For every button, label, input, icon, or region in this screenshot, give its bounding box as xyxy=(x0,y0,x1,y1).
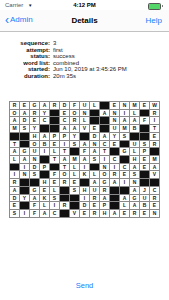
grid-letter-cell: U xyxy=(130,141,139,148)
grid-letter-cell: O xyxy=(10,110,19,117)
grid-letter-cell: F xyxy=(30,202,39,209)
grid-letter-cell: U xyxy=(110,125,119,132)
detail-row-status: status: success xyxy=(0,53,169,60)
grid-letter-cell: G xyxy=(100,179,109,186)
grid-letter-cell: L xyxy=(40,202,49,209)
grid-letter-cell: A xyxy=(60,125,69,132)
grid-letter-cell: A xyxy=(80,141,89,148)
grid-letter-cell: C xyxy=(120,164,129,171)
grid-letter-cell: C xyxy=(50,210,59,217)
grid-letter-cell: A xyxy=(100,133,109,140)
grid-letter-cell: S xyxy=(140,141,149,148)
grid-letter-cell: M xyxy=(70,156,79,163)
grid-letter-cell: S xyxy=(70,187,79,194)
help-button[interactable]: Help xyxy=(146,16,162,25)
grid-block-cell xyxy=(140,125,149,132)
grid-letter-cell: H xyxy=(30,133,39,140)
grid-letter-cell: M xyxy=(10,125,19,132)
grid-block-cell xyxy=(60,195,69,202)
grid-letter-cell: A xyxy=(100,195,109,202)
grid-letter-cell: E xyxy=(30,117,39,124)
grid-letter-cell: H xyxy=(80,187,89,194)
grid-letter-cell: R xyxy=(150,195,159,202)
grid-letter-cell: U xyxy=(80,102,89,109)
grid-letter-cell: M xyxy=(130,102,139,109)
grid-letter-cell: N xyxy=(110,117,119,124)
detail-row-sequence: sequence: 3 xyxy=(0,40,169,47)
grid-letter-cell: A xyxy=(10,148,19,155)
grid-letter-cell: A xyxy=(100,110,109,117)
grid-block-cell xyxy=(140,171,149,178)
grid-block-cell xyxy=(70,148,79,155)
grid-letter-cell: H xyxy=(130,156,139,163)
grid-letter-cell: S xyxy=(20,125,29,132)
grid-letter-cell: D xyxy=(90,133,99,140)
grid-letter-cell: L xyxy=(90,102,99,109)
grid-letter-cell: R xyxy=(110,171,119,178)
grid-letter-cell: R xyxy=(30,110,39,117)
grid-letter-cell: A xyxy=(40,133,49,140)
grid-letter-cell: R xyxy=(60,179,69,186)
grid-letter-cell: P xyxy=(100,202,109,209)
grid-letter-cell: R xyxy=(150,141,159,148)
grid-letter-cell: B xyxy=(130,125,139,132)
grid-letter-cell: L xyxy=(130,148,139,155)
grid-letter-cell: I xyxy=(80,164,89,171)
grid-letter-cell: C xyxy=(100,141,109,148)
grid-letter-cell: F xyxy=(140,117,149,124)
grid-letter-cell: N xyxy=(20,171,29,178)
grid-letter-cell: A xyxy=(10,187,19,194)
grid-letter-cell: E xyxy=(120,171,129,178)
grid-letter-cell: A xyxy=(130,117,139,124)
grid-letter-cell: A xyxy=(70,125,79,132)
grid-letter-cell: R xyxy=(10,179,19,186)
grid-block-cell xyxy=(10,164,19,171)
grid-letter-cell: O xyxy=(70,110,79,117)
grid-letter-cell: D xyxy=(60,102,69,109)
grid-letter-cell: A xyxy=(40,210,49,217)
detail-value: 3 xyxy=(53,40,56,47)
grid-letter-cell: A xyxy=(90,148,99,155)
grid-letter-cell: I xyxy=(80,195,89,202)
grid-letter-cell: N xyxy=(110,110,119,117)
grid-letter-cell: E xyxy=(90,202,99,209)
grid-block-cell xyxy=(120,141,129,148)
grid-letter-cell: M xyxy=(120,125,129,132)
grid-letter-cell: H xyxy=(40,179,49,186)
status-bar: Carrier ▼ 4:12 PM xyxy=(0,0,169,10)
grid-letter-cell: A xyxy=(80,156,89,163)
grid-letter-cell: A xyxy=(110,210,119,217)
grid-letter-cell: U xyxy=(30,148,39,155)
grid-letter-cell: T xyxy=(60,164,69,171)
grid-letter-cell: G xyxy=(20,148,29,155)
grid-letter-cell: E xyxy=(50,179,59,186)
grid-letter-cell: P xyxy=(60,133,69,140)
grid-letter-cell: L xyxy=(50,148,59,155)
grid-letter-cell: G xyxy=(30,102,39,109)
grid-letter-cell: H xyxy=(100,210,109,217)
grid-letter-cell: D xyxy=(10,195,19,202)
grid-letter-cell: C xyxy=(60,117,69,124)
grid-letter-cell: B xyxy=(140,202,149,209)
grid-letter-cell: E xyxy=(50,141,59,148)
grid-letter-cell: F xyxy=(50,171,59,178)
grid-letter-cell: E xyxy=(120,210,129,217)
grid-letter-cell: G xyxy=(30,187,39,194)
grid-letter-cell: E xyxy=(20,102,29,109)
detail-row-attempt: attempt: first xyxy=(0,47,169,54)
detail-label: attempt: xyxy=(0,47,50,54)
detail-value: 20m 35s xyxy=(53,73,76,80)
grid-letter-cell: P xyxy=(50,133,59,140)
battery-icon xyxy=(148,3,161,10)
grid-letter-cell: R xyxy=(90,195,99,202)
grid-letter-cell: E xyxy=(140,102,149,109)
grid-letter-cell: D xyxy=(20,117,29,124)
grid-letter-cell: C xyxy=(110,156,119,163)
grid-letter-cell: R xyxy=(60,202,69,209)
grid-letter-cell: K xyxy=(40,195,49,202)
grid-letter-cell: N xyxy=(150,210,159,217)
grid-block-cell xyxy=(100,102,109,109)
grid-letter-cell: N xyxy=(130,179,139,186)
grid-letter-cell: D xyxy=(80,202,89,209)
grid-letter-cell: N xyxy=(120,102,129,109)
grid-letter-cell: P xyxy=(140,148,149,155)
grid-letter-cell: I xyxy=(60,141,69,148)
grid-letter-cell: C xyxy=(150,187,159,194)
grid-letter-cell: E xyxy=(140,210,149,217)
grid-letter-cell: R xyxy=(100,187,109,194)
grid-letter-cell: L xyxy=(120,202,129,209)
grid-letter-cell: S xyxy=(70,141,79,148)
grid-letter-cell: T xyxy=(10,141,19,148)
grid-letter-cell: U xyxy=(90,187,99,194)
grid-letter-cell: I xyxy=(110,164,119,171)
grid-block-cell xyxy=(20,133,29,140)
grid-letter-cell: D xyxy=(30,164,39,171)
detail-value: Jun 10, 2019 at 3:45:26 PM xyxy=(53,66,127,73)
grid-letter-cell: U xyxy=(140,195,149,202)
grid-letter-cell: L xyxy=(70,171,79,178)
grid-letter-cell: V xyxy=(80,125,89,132)
grid-block-cell xyxy=(90,164,99,171)
grid-letter-cell: R xyxy=(10,102,19,109)
grid-letter-cell: J xyxy=(140,187,149,194)
grid-letter-cell: A xyxy=(90,179,99,186)
navigation-bar: ‹ Admin Details Help xyxy=(0,10,169,32)
grid-letter-cell: A xyxy=(40,102,49,109)
grid-letter-cell: A xyxy=(60,156,69,163)
send-button[interactable]: Send xyxy=(0,281,169,290)
detail-value: success xyxy=(53,53,75,60)
grid-letter-cell: F xyxy=(70,102,79,109)
grid-letter-cell: E xyxy=(70,179,79,186)
battery-tip-icon xyxy=(162,5,163,7)
grid-letter-cell: L xyxy=(80,117,89,124)
status-time: 4:12 PM xyxy=(0,2,169,8)
grid-block-cell xyxy=(110,202,119,209)
grid-letter-cell: A xyxy=(110,179,119,186)
grid-block-cell xyxy=(100,117,109,124)
detail-label: word list: xyxy=(0,60,50,67)
grid-block-cell xyxy=(90,110,99,117)
grid-block-cell xyxy=(120,187,129,194)
detail-value: first xyxy=(53,47,63,54)
grid-letter-cell: I xyxy=(120,110,129,117)
grid-letter-cell: G xyxy=(130,195,139,202)
grid-letter-cell: C xyxy=(40,117,49,124)
grid-letter-cell: S xyxy=(120,133,129,140)
grid-letter-cell: N xyxy=(30,156,39,163)
detail-label: started: xyxy=(0,66,50,73)
grid-block-cell xyxy=(50,164,59,171)
grid-letter-cell: A xyxy=(20,110,29,117)
grid-letter-cell: T xyxy=(60,148,69,155)
grid-block-cell xyxy=(70,195,79,202)
grid-letter-cell: I xyxy=(120,179,129,186)
grid-letter-cell: L xyxy=(70,164,79,171)
grid-letter-cell: V xyxy=(150,171,159,178)
grid-letter-cell: I xyxy=(10,171,19,178)
grid-block-cell xyxy=(140,179,149,186)
grid-letter-cell: V xyxy=(70,210,79,217)
grid-letter-cell: A xyxy=(20,156,29,163)
grid-letter-cell: N xyxy=(90,141,99,148)
detail-value: combined xyxy=(53,60,79,67)
grid-letter-cell: A xyxy=(10,117,19,124)
grid-letter-cell: A xyxy=(120,195,129,202)
grid-letter-cell: I xyxy=(40,148,49,155)
grid-letter-cell: O xyxy=(100,171,109,178)
grid-letter-cell: A xyxy=(130,202,139,209)
grid-letter-cell: P xyxy=(40,164,49,171)
grid-letter-cell: E xyxy=(150,133,159,140)
grid-letter-cell: O xyxy=(60,171,69,178)
grid-letter-cell: T xyxy=(50,156,59,163)
grid-letter-cell: L xyxy=(50,187,59,194)
grid-block-cell xyxy=(120,156,129,163)
detail-row-duration: duration: 20m 35s xyxy=(0,73,169,80)
grid-block-cell xyxy=(60,187,69,194)
grid-letter-cell: S xyxy=(90,156,99,163)
grid-letter-cell: L xyxy=(130,110,139,117)
grid-letter-cell: B xyxy=(40,141,49,148)
grid-block-cell xyxy=(110,187,119,194)
grid-block-cell xyxy=(20,141,29,148)
grid-block-cell xyxy=(150,148,159,155)
grid-letter-cell: S xyxy=(30,171,39,178)
grid-letter-cell: R xyxy=(70,117,79,124)
grid-block-cell xyxy=(140,110,149,117)
grid-letter-cell: Y xyxy=(40,110,49,117)
grid-block-cell xyxy=(70,202,79,209)
grid-letter-cell: E xyxy=(110,102,119,109)
grid-letter-cell: I xyxy=(150,117,159,124)
grid-block-cell xyxy=(110,195,119,202)
grid-letter-cell: N xyxy=(100,164,109,171)
grid-letter-cell: W xyxy=(150,102,159,109)
page-title: Details xyxy=(0,16,169,25)
grid-letter-cell: E xyxy=(40,187,49,194)
grid-letter-cell: L xyxy=(10,156,19,163)
grid-letter-cell: N xyxy=(80,110,89,117)
grid-block-cell xyxy=(20,179,29,186)
grid-letter-cell: Y xyxy=(30,125,39,132)
grid-block-cell xyxy=(40,156,49,163)
grid-block-cell xyxy=(130,133,139,140)
details-metadata: sequence: 3 attempt: first status: succe… xyxy=(0,40,169,80)
grid-letter-cell: A xyxy=(150,164,159,171)
grid-letter-cell: E xyxy=(80,210,89,217)
grid-letter-cell: T xyxy=(150,125,159,132)
grid-letter-cell: E xyxy=(150,202,159,209)
grid-block-cell xyxy=(20,202,29,209)
grid-letter-cell: I xyxy=(50,202,59,209)
grid-letter-cell: S xyxy=(130,171,139,178)
grid-block-cell xyxy=(90,117,99,124)
grid-letter-cell: L xyxy=(90,171,99,178)
grid-letter-cell: A xyxy=(130,164,139,171)
grid-letter-cell: Y xyxy=(70,133,79,140)
grid-letter-cell: T xyxy=(100,148,109,155)
detail-label: status: xyxy=(0,53,50,60)
grid-letter-cell: I xyxy=(20,210,29,217)
grid-letter-cell: Y xyxy=(20,195,29,202)
grid-letter-cell: F xyxy=(30,210,39,217)
grid-block-cell xyxy=(80,133,89,140)
grid-block-cell xyxy=(10,133,19,140)
grid-letter-cell: A xyxy=(30,195,39,202)
grid-letter-cell: I xyxy=(20,164,29,171)
grid-letter-cell: M xyxy=(150,156,159,163)
grid-letter-cell: E xyxy=(60,110,69,117)
grid-letter-cell: E xyxy=(90,125,99,132)
grid-block-cell xyxy=(50,125,59,132)
grid-block-cell xyxy=(140,133,149,140)
detail-row-word-list: word list: combined xyxy=(0,60,169,67)
grid-block-cell xyxy=(50,117,59,124)
grid-block-cell xyxy=(30,179,39,186)
grid-block-cell xyxy=(80,179,89,186)
grid-block-cell xyxy=(110,148,119,155)
grid-block-cell xyxy=(60,210,69,217)
grid-block-cell xyxy=(40,171,49,178)
grid-block-cell xyxy=(40,125,49,132)
grid-letter-cell: O xyxy=(30,141,39,148)
grid-block-cell xyxy=(150,179,159,186)
grid-letter-cell: R xyxy=(90,210,99,217)
grid-letter-cell: Y xyxy=(110,133,119,140)
detail-label: sequence: xyxy=(0,40,50,47)
grid-letter-cell: A xyxy=(130,187,139,194)
grid-letter-cell: E xyxy=(140,156,149,163)
grid-letter-cell: S xyxy=(10,210,19,217)
detail-row-started: started: Jun 10, 2019 at 3:45:26 PM xyxy=(0,66,169,73)
detail-label: duration: xyxy=(0,73,50,80)
grid-letter-cell: E xyxy=(140,164,149,171)
grid-letter-cell: R xyxy=(130,210,139,217)
crossword-grid: REGARDFULENMEWOARYEONANILRADECCRLNAAFIMS… xyxy=(9,101,160,218)
grid-letter-cell: E xyxy=(10,202,19,209)
grid-block-cell xyxy=(50,110,59,117)
grid-letter-cell: F xyxy=(80,148,89,155)
grid-block-cell xyxy=(100,125,109,132)
grid-letter-cell: R xyxy=(50,102,59,109)
grid-letter-cell: K xyxy=(80,171,89,178)
grid-letter-cell: S xyxy=(50,195,59,202)
grid-letter-cell: E xyxy=(110,141,119,148)
grid-letter-cell: A xyxy=(120,117,129,124)
grid-letter-cell: R xyxy=(150,110,159,117)
grid-letter-cell: I xyxy=(100,156,109,163)
grid-block-cell xyxy=(20,187,29,194)
grid-letter-cell: G xyxy=(120,148,129,155)
